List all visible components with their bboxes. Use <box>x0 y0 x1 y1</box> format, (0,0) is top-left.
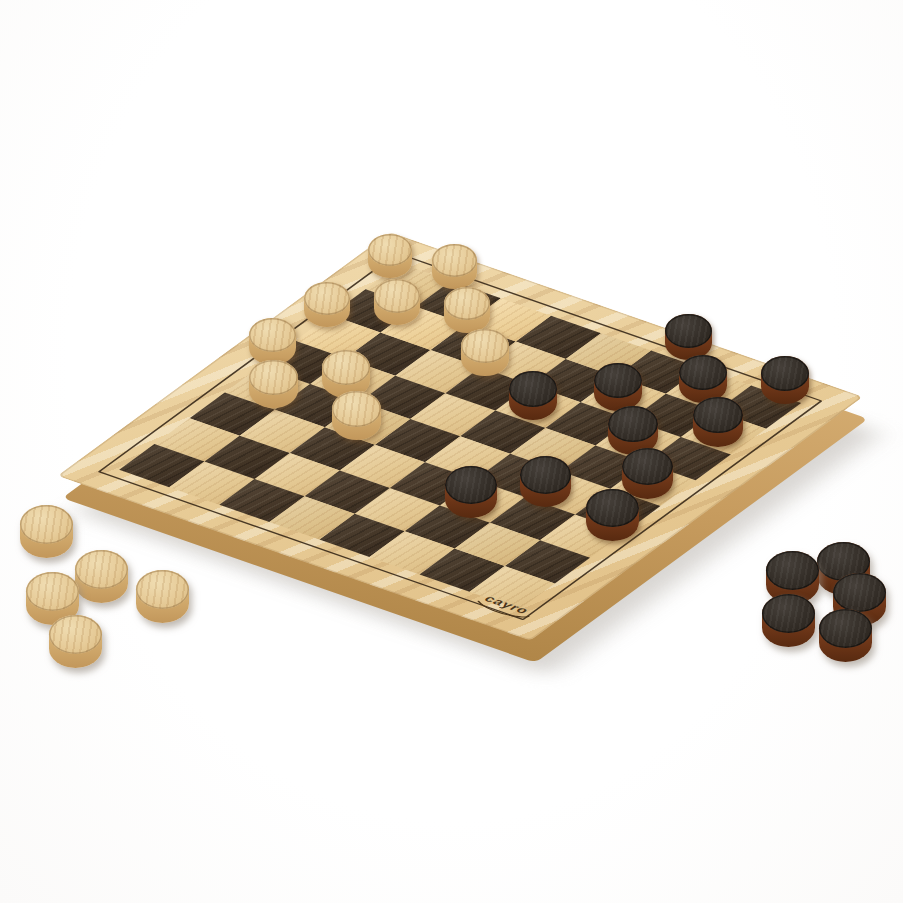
checker-light[interactable] <box>249 360 297 408</box>
checker-top <box>509 371 558 407</box>
checker-top <box>20 505 73 544</box>
checker-top <box>761 356 809 391</box>
checker-top <box>322 350 370 385</box>
checker-top <box>833 573 886 612</box>
checker-top <box>762 594 815 633</box>
checker-light[interactable] <box>49 615 102 668</box>
checker-dark[interactable] <box>761 356 809 404</box>
checker-light[interactable] <box>444 287 490 333</box>
checker-light[interactable] <box>461 329 508 376</box>
checker-light[interactable] <box>136 570 189 623</box>
checker-top <box>432 244 477 277</box>
checker-dark[interactable] <box>679 355 727 403</box>
checker-top <box>586 489 638 527</box>
checker-light[interactable] <box>368 234 412 278</box>
pieces-layer <box>0 0 903 903</box>
checker-top <box>249 318 296 352</box>
checker-top <box>665 314 712 348</box>
checker-top <box>304 282 350 315</box>
checker-top <box>332 391 381 427</box>
checker-dark[interactable] <box>762 594 815 647</box>
checker-top <box>608 406 658 442</box>
checker-light[interactable] <box>374 279 420 325</box>
checker-top <box>49 615 102 654</box>
checker-top <box>445 466 497 504</box>
checker-dark[interactable] <box>586 489 638 541</box>
checker-top <box>26 572 79 611</box>
checker-dark[interactable] <box>693 397 742 446</box>
checker-top <box>374 279 420 312</box>
checker-light[interactable] <box>304 282 350 328</box>
checker-top <box>136 570 189 609</box>
checker-dark[interactable] <box>445 466 497 518</box>
product-photo-scene: cayro <box>0 0 903 903</box>
checker-top <box>75 550 128 589</box>
checker-dark[interactable] <box>665 314 712 361</box>
checker-light[interactable] <box>432 244 477 289</box>
checker-top <box>444 287 490 321</box>
checker-dark[interactable] <box>594 363 642 411</box>
checker-dark[interactable] <box>509 371 558 420</box>
checker-light[interactable] <box>20 505 73 558</box>
checker-top <box>766 551 819 590</box>
checker-light[interactable] <box>75 550 128 603</box>
checker-light[interactable] <box>332 391 381 440</box>
checker-light[interactable] <box>249 318 296 365</box>
checker-top <box>461 329 508 364</box>
checker-dark[interactable] <box>520 456 571 507</box>
checker-top <box>520 456 571 494</box>
checker-top <box>819 609 872 648</box>
checker-top <box>249 360 297 395</box>
checker-dark[interactable] <box>819 609 872 662</box>
